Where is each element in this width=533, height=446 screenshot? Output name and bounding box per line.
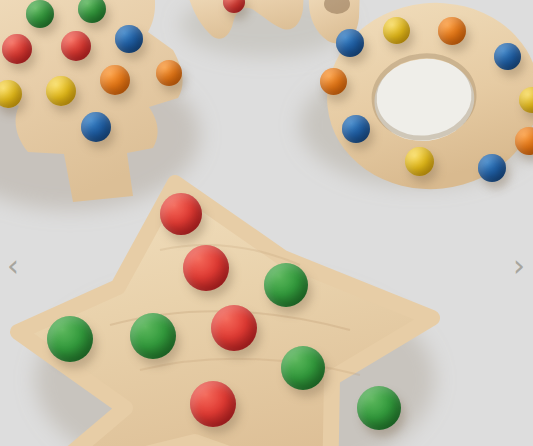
balls-layer — [0, 0, 533, 446]
ball-orange — [156, 60, 182, 86]
ball-red — [190, 381, 236, 427]
ball-blue — [115, 25, 143, 53]
product-photo-slide: ‹ › — [0, 0, 533, 446]
ball-orange — [320, 68, 347, 95]
ball-red — [61, 31, 91, 61]
ball-red — [2, 34, 32, 64]
ball-green — [78, 0, 106, 23]
ball-red — [211, 305, 257, 351]
ball-blue — [342, 115, 370, 143]
ball-orange — [100, 65, 130, 95]
ball-yellow — [405, 147, 434, 176]
ball-yellow — [383, 17, 410, 44]
ball-blue — [478, 154, 506, 182]
ball-red — [223, 0, 245, 13]
ball-orange — [515, 127, 533, 155]
ball-red — [183, 245, 229, 291]
carousel-next-button[interactable]: › — [506, 249, 532, 283]
carousel-prev-button[interactable]: ‹ — [0, 249, 26, 283]
ball-orange — [438, 17, 466, 45]
ball-green — [264, 263, 308, 307]
ball-yellow — [0, 80, 22, 108]
ball-green — [357, 386, 401, 430]
ball-blue — [336, 29, 364, 57]
ball-green — [130, 313, 176, 359]
ball-blue — [81, 112, 111, 142]
ball-blue — [494, 43, 521, 70]
ball-green — [47, 316, 93, 362]
ball-red — [160, 193, 202, 235]
ball-green — [281, 346, 325, 390]
ball-yellow — [46, 76, 76, 106]
ball-green — [26, 0, 54, 28]
ball-yellow — [519, 87, 533, 113]
